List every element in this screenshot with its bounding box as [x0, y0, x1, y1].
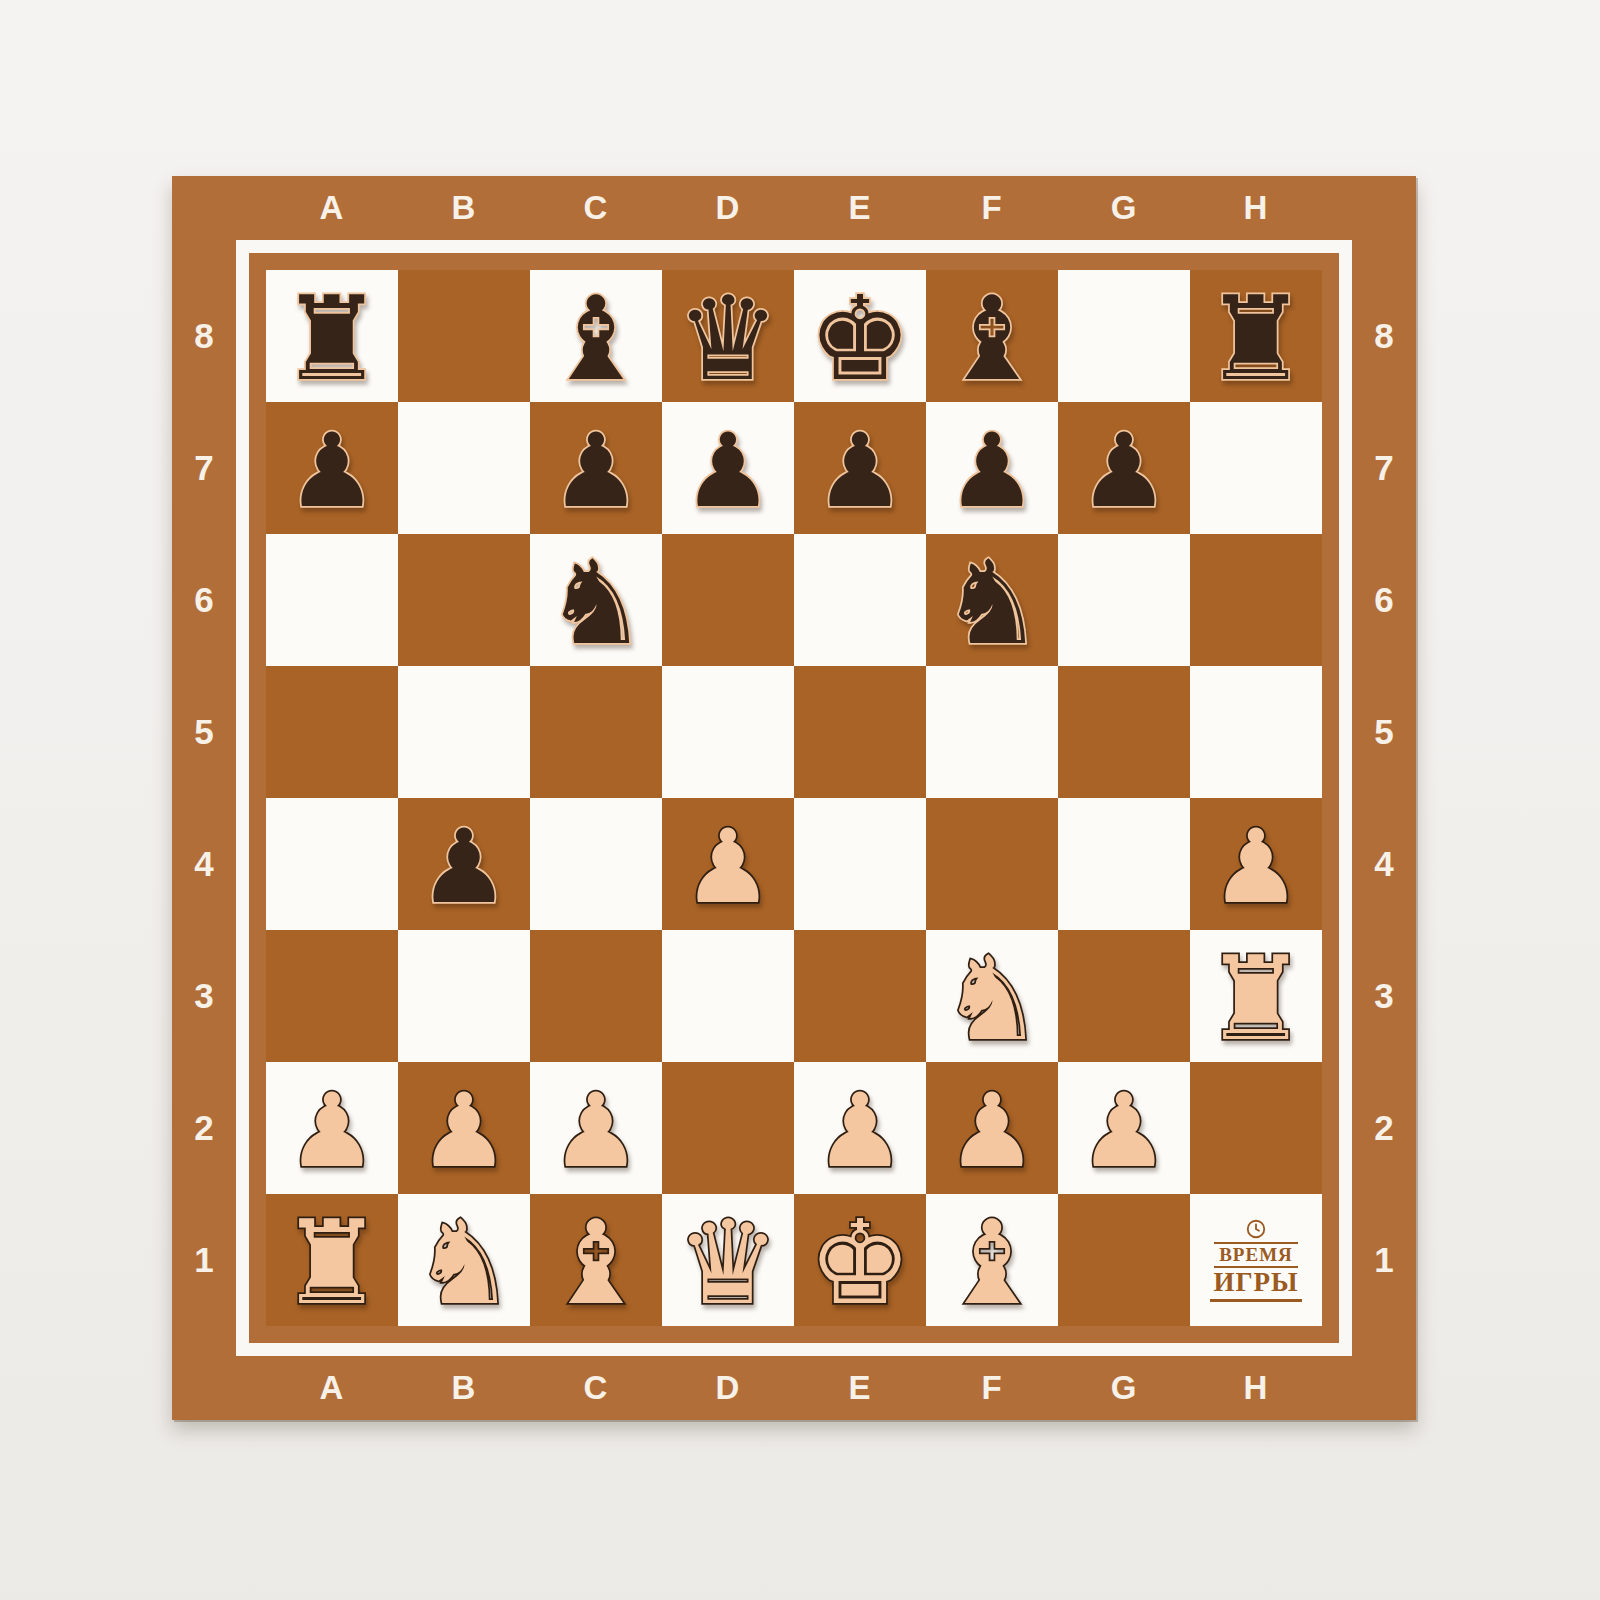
square-f8: ♝: [926, 270, 1058, 402]
black-pawn-g7: ♟: [1078, 420, 1169, 522]
square-g6: [1058, 534, 1190, 666]
black-pawn-d7: ♟: [682, 420, 773, 522]
square-e4: [794, 798, 926, 930]
square-e2: ♟: [794, 1062, 926, 1194]
file-label-bottom-h: H: [1190, 1356, 1322, 1420]
file-label-bottom-e: E: [794, 1356, 926, 1420]
square-b4: ♟: [398, 798, 530, 930]
square-c7: ♟: [530, 402, 662, 534]
white-rook-h3: ♜: [1204, 941, 1308, 1057]
square-d4: ♟: [662, 798, 794, 930]
square-b6: [398, 534, 530, 666]
square-h5: [1190, 666, 1322, 798]
photo-background: ABCDEFGH ABCDEFGH 87654321 87654321 ВРЕМ…: [0, 0, 1600, 1600]
brand-logo-text-1: ВРЕМЯ: [1214, 1242, 1298, 1268]
rank-label-left-1: 1: [172, 1194, 236, 1326]
black-knight-c6: ♞: [544, 545, 648, 661]
square-b5: [398, 666, 530, 798]
rank-labels-left: 87654321: [172, 270, 236, 1326]
file-label-top-f: F: [926, 176, 1058, 240]
file-label-bottom-f: F: [926, 1356, 1058, 1420]
rank-label-right-1: 1: [1352, 1194, 1416, 1326]
square-e6: [794, 534, 926, 666]
black-pawn-e7: ♟: [814, 420, 905, 522]
black-knight-f6: ♞: [940, 545, 1044, 661]
square-f5: [926, 666, 1058, 798]
square-a7: ♟: [266, 402, 398, 534]
square-f3: ♞: [926, 930, 1058, 1062]
square-a4: [266, 798, 398, 930]
rank-label-right-3: 3: [1352, 930, 1416, 1062]
black-bishop-f8: ♝: [940, 281, 1044, 397]
square-d3: [662, 930, 794, 1062]
square-h2: [1190, 1062, 1322, 1194]
white-pawn-h4: ♟: [1210, 816, 1301, 918]
black-rook-h8: ♜: [1204, 281, 1308, 397]
square-b1: ♞: [398, 1194, 530, 1326]
white-knight-b1: ♞: [412, 1205, 516, 1321]
square-f7: ♟: [926, 402, 1058, 534]
brand-logo-box: ВРЕМЯ ИГРЫ: [1204, 1216, 1307, 1303]
rank-label-right-2: 2: [1352, 1062, 1416, 1194]
square-c3: [530, 930, 662, 1062]
black-pawn-a7: ♟: [286, 420, 377, 522]
clock-icon: [1245, 1218, 1267, 1240]
square-e3: [794, 930, 926, 1062]
square-a5: [266, 666, 398, 798]
playing-area: ВРЕМЯ ИГРЫ ♜♝♛♚♝♜♟♟♟♟♟♟♞♞♟♟♟♞♜♟♟♟♟♟♟♜♞♝♛…: [266, 270, 1322, 1326]
square-a6: [266, 534, 398, 666]
square-d1: ♛: [662, 1194, 794, 1326]
white-bishop-c1: ♝: [544, 1205, 648, 1321]
white-pawn-b2: ♟: [418, 1080, 509, 1182]
white-queen-d1: ♛: [676, 1205, 780, 1321]
black-pawn-b4: ♟: [418, 816, 509, 918]
rank-label-left-2: 2: [172, 1062, 236, 1194]
white-pawn-f2: ♟: [946, 1080, 1037, 1182]
square-b2: ♟: [398, 1062, 530, 1194]
square-g3: [1058, 930, 1190, 1062]
square-h7: [1190, 402, 1322, 534]
rank-label-left-8: 8: [172, 270, 236, 402]
file-label-bottom-g: G: [1058, 1356, 1190, 1420]
rank-label-left-4: 4: [172, 798, 236, 930]
file-label-top-a: A: [266, 176, 398, 240]
square-f6: ♞: [926, 534, 1058, 666]
white-bishop-f1: ♝: [940, 1205, 1044, 1321]
rank-label-right-7: 7: [1352, 402, 1416, 534]
black-queen-d8: ♛: [676, 281, 780, 397]
rank-label-right-4: 4: [1352, 798, 1416, 930]
rank-label-left-3: 3: [172, 930, 236, 1062]
brand-logo: ВРЕМЯ ИГРЫ: [1190, 1194, 1322, 1326]
black-pawn-c7: ♟: [550, 420, 641, 522]
square-d5: [662, 666, 794, 798]
square-h6: [1190, 534, 1322, 666]
rank-labels-right: 87654321: [1352, 270, 1416, 1326]
file-label-top-c: C: [530, 176, 662, 240]
square-c6: ♞: [530, 534, 662, 666]
square-c8: ♝: [530, 270, 662, 402]
square-g1: [1058, 1194, 1190, 1326]
square-g2: ♟: [1058, 1062, 1190, 1194]
square-h4: ♟: [1190, 798, 1322, 930]
rank-label-right-6: 6: [1352, 534, 1416, 666]
square-e8: ♚: [794, 270, 926, 402]
file-label-top-e: E: [794, 176, 926, 240]
square-d8: ♛: [662, 270, 794, 402]
black-bishop-c8: ♝: [544, 281, 648, 397]
square-f4: [926, 798, 1058, 930]
file-labels-bottom: ABCDEFGH: [266, 1356, 1322, 1420]
square-f1: ♝: [926, 1194, 1058, 1326]
rank-label-left-6: 6: [172, 534, 236, 666]
square-c2: ♟: [530, 1062, 662, 1194]
square-d2: [662, 1062, 794, 1194]
square-g5: [1058, 666, 1190, 798]
chessboard: ABCDEFGH ABCDEFGH 87654321 87654321 ВРЕМ…: [172, 176, 1416, 1420]
file-label-top-h: H: [1190, 176, 1322, 240]
white-king-e1: ♚: [808, 1205, 912, 1321]
file-label-bottom-a: A: [266, 1356, 398, 1420]
square-g7: ♟: [1058, 402, 1190, 534]
black-rook-a8: ♜: [280, 281, 384, 397]
white-knight-f3: ♞: [940, 941, 1044, 1057]
file-label-top-g: G: [1058, 176, 1190, 240]
square-e5: [794, 666, 926, 798]
square-c4: [530, 798, 662, 930]
square-a1: ♜: [266, 1194, 398, 1326]
black-pawn-f7: ♟: [946, 420, 1037, 522]
square-h8: ♜: [1190, 270, 1322, 402]
square-b8: [398, 270, 530, 402]
file-label-top-b: B: [398, 176, 530, 240]
white-pawn-d4: ♟: [682, 816, 773, 918]
rank-label-left-5: 5: [172, 666, 236, 798]
square-c5: [530, 666, 662, 798]
square-b3: [398, 930, 530, 1062]
white-pawn-a2: ♟: [286, 1080, 377, 1182]
square-e1: ♚: [794, 1194, 926, 1326]
rank-label-right-8: 8: [1352, 270, 1416, 402]
square-a3: [266, 930, 398, 1062]
square-d6: [662, 534, 794, 666]
rank-label-right-5: 5: [1352, 666, 1416, 798]
file-label-top-d: D: [662, 176, 794, 240]
square-a2: ♟: [266, 1062, 398, 1194]
white-pawn-c2: ♟: [550, 1080, 641, 1182]
square-g8: [1058, 270, 1190, 402]
white-pawn-e2: ♟: [814, 1080, 905, 1182]
square-e7: ♟: [794, 402, 926, 534]
square-h3: ♜: [1190, 930, 1322, 1062]
brand-logo-text-2: ИГРЫ: [1210, 1268, 1301, 1301]
file-label-bottom-c: C: [530, 1356, 662, 1420]
file-label-bottom-d: D: [662, 1356, 794, 1420]
square-d7: ♟: [662, 402, 794, 534]
white-pawn-g2: ♟: [1078, 1080, 1169, 1182]
square-b7: [398, 402, 530, 534]
file-labels-top: ABCDEFGH: [266, 176, 1322, 240]
file-label-bottom-b: B: [398, 1356, 530, 1420]
white-rook-a1: ♜: [280, 1205, 384, 1321]
square-f2: ♟: [926, 1062, 1058, 1194]
square-g4: [1058, 798, 1190, 930]
square-c1: ♝: [530, 1194, 662, 1326]
black-king-e8: ♚: [808, 281, 912, 397]
rank-label-left-7: 7: [172, 402, 236, 534]
square-a8: ♜: [266, 270, 398, 402]
